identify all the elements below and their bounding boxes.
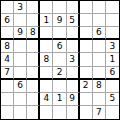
cell-r8c6: 9	[67, 93, 80, 106]
cell-r4c6[interactable]	[67, 40, 80, 53]
cell-r7c2: 6	[14, 80, 27, 93]
cell-r2c7[interactable]	[80, 14, 93, 27]
cell-r4c3[interactable]	[27, 40, 40, 53]
cell-r7c6[interactable]	[67, 80, 80, 93]
cell-r4c2[interactable]	[14, 40, 27, 53]
cell-r1c3[interactable]	[27, 1, 40, 14]
cell-r6c9: 6	[106, 67, 119, 80]
cell-r6c2[interactable]	[14, 67, 27, 80]
cell-r3c1[interactable]	[1, 27, 14, 40]
cell-r9c8: 7	[93, 106, 106, 119]
cell-r3c3: 8	[27, 27, 40, 40]
cell-r4c5: 6	[53, 40, 66, 53]
cell-r2c8[interactable]	[93, 14, 106, 27]
cell-r5c6: 3	[67, 53, 80, 66]
cell-r4c8[interactable]	[93, 40, 106, 53]
cell-r3c7[interactable]	[80, 27, 93, 40]
cell-r9c2[interactable]	[14, 106, 27, 119]
cell-r2c2[interactable]	[14, 14, 27, 27]
cell-r9c5[interactable]	[53, 106, 66, 119]
cell-r2c5: 9	[53, 14, 66, 27]
cell-r9c9[interactable]	[106, 106, 119, 119]
cell-r7c7: 2	[80, 80, 93, 93]
cell-r3c5[interactable]	[53, 27, 66, 40]
cell-r5c3[interactable]	[27, 53, 40, 66]
sudoku-board: 36195986863483172662841957	[0, 0, 120, 120]
cell-r2c4: 1	[40, 14, 53, 27]
cell-r2c1: 6	[1, 14, 14, 27]
cell-r5c2[interactable]	[14, 53, 27, 66]
cell-r1c4[interactable]	[40, 1, 53, 14]
cell-r7c4[interactable]	[40, 80, 53, 93]
cell-r9c4[interactable]	[40, 106, 53, 119]
cell-r5c4: 8	[40, 53, 53, 66]
cell-r8c8[interactable]	[93, 93, 106, 106]
cell-r9c7[interactable]	[80, 106, 93, 119]
cell-r6c1: 7	[1, 67, 14, 80]
cell-r9c1[interactable]	[1, 106, 14, 119]
cell-r6c7[interactable]	[80, 67, 93, 80]
cell-r6c5: 2	[53, 67, 66, 80]
cell-r8c7[interactable]	[80, 93, 93, 106]
cell-r8c5: 1	[53, 93, 66, 106]
cell-r4c1: 8	[1, 40, 14, 53]
cell-r1c2: 3	[14, 1, 27, 14]
cell-r5c1: 4	[1, 53, 14, 66]
cell-r6c8[interactable]	[93, 67, 106, 80]
cell-r9c6[interactable]	[67, 106, 80, 119]
cell-r1c7[interactable]	[80, 1, 93, 14]
cell-r7c1[interactable]	[1, 80, 14, 93]
cell-r1c1[interactable]	[1, 1, 14, 14]
cell-r1c6[interactable]	[67, 1, 80, 14]
cell-r5c9: 1	[106, 53, 119, 66]
cell-r3c2: 9	[14, 27, 27, 40]
cell-r2c9[interactable]	[106, 14, 119, 27]
cell-r2c3[interactable]	[27, 14, 40, 27]
cell-r8c3[interactable]	[27, 93, 40, 106]
cell-r1c5[interactable]	[53, 1, 66, 14]
cell-r3c9[interactable]	[106, 27, 119, 40]
cell-r4c4[interactable]	[40, 40, 53, 53]
cell-r3c8: 6	[93, 27, 106, 40]
cell-r5c5[interactable]	[53, 53, 66, 66]
cell-r8c4: 4	[40, 93, 53, 106]
cell-r1c8[interactable]	[93, 1, 106, 14]
cell-r8c1[interactable]	[1, 93, 14, 106]
cell-r6c3[interactable]	[27, 67, 40, 80]
cell-r1c9[interactable]	[106, 1, 119, 14]
cell-r5c8[interactable]	[93, 53, 106, 66]
cell-r6c4[interactable]	[40, 67, 53, 80]
cell-r7c8: 8	[93, 80, 106, 93]
cell-r8c9: 5	[106, 93, 119, 106]
cell-r5c7[interactable]	[80, 53, 93, 66]
cell-r3c4[interactable]	[40, 27, 53, 40]
cell-r2c6: 5	[67, 14, 80, 27]
cell-r7c3[interactable]	[27, 80, 40, 93]
cell-r3c6[interactable]	[67, 27, 80, 40]
cell-r4c9: 3	[106, 40, 119, 53]
cell-r8c2[interactable]	[14, 93, 27, 106]
cell-r7c5[interactable]	[53, 80, 66, 93]
cell-r6c6[interactable]	[67, 67, 80, 80]
cell-r9c3[interactable]	[27, 106, 40, 119]
cell-r7c9[interactable]	[106, 80, 119, 93]
cell-r4c7[interactable]	[80, 40, 93, 53]
